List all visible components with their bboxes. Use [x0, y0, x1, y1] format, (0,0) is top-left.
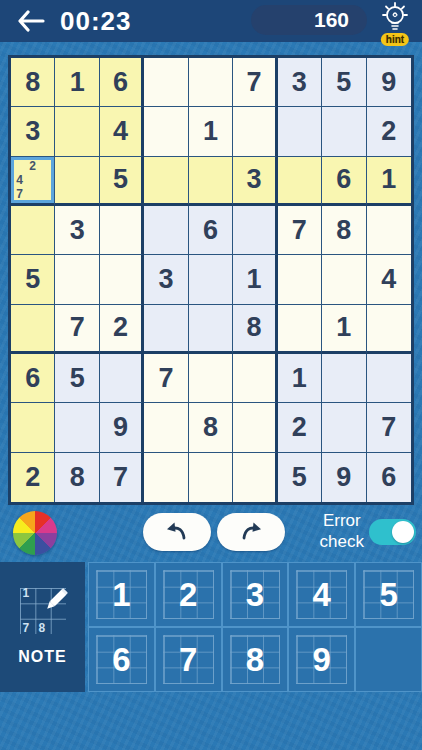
sudoku-cell-r3c5[interactable] — [189, 157, 233, 206]
cell-value: 6 — [113, 67, 128, 98]
top-bar: 00:23 160 hint — [0, 0, 422, 42]
sudoku-cell-r4c6[interactable] — [233, 206, 277, 255]
sudoku-cell-r2c1[interactable]: 3 — [11, 107, 55, 156]
sudoku-cell-r7c6[interactable] — [233, 354, 277, 403]
sudoku-cell-r9c6[interactable] — [233, 453, 277, 502]
cell-value: 6 — [381, 462, 396, 493]
sudoku-cell-r7c8[interactable] — [322, 354, 366, 403]
note-pencil-icon: 1 7 8 — [20, 588, 66, 634]
cell-value: 4 — [381, 264, 396, 295]
sudoku-cell-r4c1[interactable] — [11, 206, 55, 255]
cell-value: 8 — [70, 462, 85, 493]
cell-value: 3 — [159, 264, 174, 295]
sudoku-cell-r7c5[interactable] — [189, 354, 233, 403]
color-wheel-button[interactable] — [13, 511, 57, 555]
cell-value: 8 — [246, 312, 261, 343]
sudoku-cell-r8c9[interactable]: 7 — [367, 403, 411, 452]
sudoku-cell-r6c8[interactable]: 1 — [322, 305, 366, 354]
pencil-icon — [38, 584, 72, 618]
cell-value: 1 — [203, 116, 218, 147]
controls-row: Error check — [0, 508, 422, 560]
sudoku-cell-r2c4[interactable] — [144, 107, 188, 156]
sudoku-cell-r6c1[interactable] — [11, 305, 55, 354]
sudoku-cell-r5c4[interactable]: 3 — [144, 255, 188, 304]
note-button-label: NOTE — [18, 648, 66, 666]
sudoku-cell-r7c9[interactable] — [367, 354, 411, 403]
cell-value: 6 — [203, 215, 218, 246]
sudoku-cell-r3c3[interactable]: 5 — [100, 157, 144, 206]
numpad-key-9[interactable]: 9 — [288, 627, 355, 692]
sudoku-cell-r1c3[interactable]: 6 — [100, 58, 144, 107]
sudoku-cell-r2c3[interactable]: 4 — [100, 107, 144, 156]
back-button[interactable] — [14, 5, 48, 37]
cell-value: 7 — [246, 67, 261, 98]
sudoku-cell-r8c8[interactable] — [322, 403, 366, 452]
sudoku-cell-r2c5[interactable]: 1 — [189, 107, 233, 156]
sudoku-cell-r9c3[interactable]: 7 — [100, 453, 144, 502]
sudoku-cell-r8c2[interactable] — [55, 403, 99, 452]
sudoku-cell-r8c4[interactable] — [144, 403, 188, 452]
sudoku-cell-r9c7[interactable]: 5 — [278, 453, 322, 502]
cell-value: 1 — [292, 363, 307, 394]
error-check-toggle[interactable] — [369, 519, 416, 545]
numpad-key-5[interactable]: 5 — [355, 562, 422, 627]
cell-value: 2 — [381, 116, 396, 147]
sudoku-cell-r6c2[interactable]: 7 — [55, 305, 99, 354]
sudoku-cell-r8c1[interactable] — [11, 403, 55, 452]
sudoku-cell-r8c6[interactable] — [233, 403, 277, 452]
cell-value: 4 — [113, 116, 128, 147]
cell-value: 2 — [292, 412, 307, 443]
sudoku-cell-r3c6[interactable]: 3 — [233, 157, 277, 206]
cell-value: 5 — [292, 462, 307, 493]
sudoku-cell-r7c1[interactable]: 6 — [11, 354, 55, 403]
sudoku-cell-r7c3[interactable] — [100, 354, 144, 403]
sudoku-cell-r8c3[interactable]: 9 — [100, 403, 144, 452]
sudoku-cell-r4c3[interactable] — [100, 206, 144, 255]
undo-button[interactable] — [143, 513, 211, 551]
sudoku-cell-r3c7[interactable] — [278, 157, 322, 206]
cell-value: 7 — [381, 412, 396, 443]
sudoku-cell-r2c2[interactable] — [55, 107, 99, 156]
sudoku-cell-r5c8[interactable] — [322, 255, 366, 304]
sudoku-cell-r2c9[interactable]: 2 — [367, 107, 411, 156]
numpad-key-7[interactable]: 7 — [155, 627, 222, 692]
toggle-knob — [392, 521, 414, 543]
cell-value: 5 — [70, 363, 85, 394]
sudoku-cell-r9c9[interactable]: 6 — [367, 453, 411, 502]
sudoku-cell-r3c4[interactable] — [144, 157, 188, 206]
undo-icon — [163, 521, 191, 543]
cell-value: 5 — [25, 264, 40, 295]
sudoku-cell-r4c2[interactable]: 3 — [55, 206, 99, 255]
sudoku-cell-r3c2[interactable] — [55, 157, 99, 206]
cell-value: 3 — [70, 215, 85, 246]
sudoku-cell-r9c2[interactable]: 8 — [55, 453, 99, 502]
sudoku-cell-r6c5[interactable] — [189, 305, 233, 354]
sudoku-cell-r9c4[interactable] — [144, 453, 188, 502]
number-keys: 123456789 — [88, 562, 422, 692]
cell-notes: 247 — [13, 159, 52, 201]
numpad-key-1[interactable]: 1 — [88, 562, 155, 627]
sudoku-cell-r8c7[interactable]: 2 — [278, 403, 322, 452]
sudoku-cell-r6c3[interactable]: 2 — [100, 305, 144, 354]
sudoku-cell-r1c4[interactable] — [144, 58, 188, 107]
sudoku-cell-r1c7[interactable]: 3 — [278, 58, 322, 107]
sudoku-cell-r5c6[interactable]: 1 — [233, 255, 277, 304]
sudoku-cell-r3c9[interactable]: 1 — [367, 157, 411, 206]
redo-button[interactable] — [217, 513, 285, 551]
sudoku-app: 00:23 160 hint 8167359341224753613678531… — [0, 0, 422, 750]
numpad-key-2[interactable]: 2 — [155, 562, 222, 627]
sudoku-cell-r2c6[interactable] — [233, 107, 277, 156]
sudoku-cell-r5c2[interactable] — [55, 255, 99, 304]
sudoku-board: 8167359341224753613678531472816571982728… — [8, 55, 414, 505]
cell-value: 8 — [203, 412, 218, 443]
sudoku-cell-r7c7[interactable]: 1 — [278, 354, 322, 403]
cell-value: 1 — [381, 164, 396, 195]
cell-value: 1 — [336, 312, 351, 343]
sudoku-cell-r6c6[interactable]: 8 — [233, 305, 277, 354]
cell-value: 8 — [25, 67, 40, 98]
sudoku-cell-r9c1[interactable]: 2 — [11, 453, 55, 502]
cell-value: 9 — [113, 412, 128, 443]
cell-value: 8 — [336, 215, 351, 246]
sudoku-cell-r1c9[interactable]: 9 — [367, 58, 411, 107]
note-button[interactable]: 1 7 8 NOTE — [0, 562, 85, 692]
hint-button[interactable]: hint — [372, 1, 418, 45]
sudoku-cell-r9c5[interactable] — [189, 453, 233, 502]
cell-value: 3 — [246, 164, 261, 195]
sudoku-cell-r1c6[interactable]: 7 — [233, 58, 277, 107]
sudoku-cell-r6c9[interactable] — [367, 305, 411, 354]
sudoku-cell-r1c5[interactable] — [189, 58, 233, 107]
sudoku-cell-r3c8[interactable]: 6 — [322, 157, 366, 206]
sudoku-cell-r4c9[interactable] — [367, 206, 411, 255]
sudoku-cell-r2c7[interactable] — [278, 107, 322, 156]
cell-value: 6 — [25, 363, 40, 394]
cell-value: 5 — [336, 67, 351, 98]
sudoku-cell-r7c2[interactable]: 5 — [55, 354, 99, 403]
sudoku-cell-r3c1[interactable]: 247 — [11, 157, 55, 206]
numpad-key-empty — [355, 627, 422, 692]
sudoku-cell-r2c8[interactable] — [322, 107, 366, 156]
score-pill: 160 — [251, 5, 367, 35]
cell-value: 9 — [381, 67, 396, 98]
cell-value: 7 — [70, 312, 85, 343]
numpad-row: 1 7 8 NOTE 123456789 — [0, 562, 422, 692]
cell-value: 7 — [292, 215, 307, 246]
cell-value: 6 — [336, 164, 351, 195]
score-value: 160 — [314, 8, 349, 32]
hint-badge: hint — [381, 33, 409, 46]
sudoku-cell-r4c7[interactable]: 7 — [278, 206, 322, 255]
sudoku-cell-r6c7[interactable] — [278, 305, 322, 354]
sudoku-cell-r4c5[interactable]: 6 — [189, 206, 233, 255]
sudoku-cell-r8c5[interactable]: 8 — [189, 403, 233, 452]
sudoku-cell-r4c8[interactable]: 8 — [322, 206, 366, 255]
numpad-key-8[interactable]: 8 — [222, 627, 289, 692]
timer: 00:23 — [60, 6, 132, 37]
back-arrow-icon — [17, 10, 45, 32]
redo-icon — [237, 521, 265, 543]
sudoku-cell-r4c4[interactable] — [144, 206, 188, 255]
numpad-key-4[interactable]: 4 — [288, 562, 355, 627]
cell-value: 1 — [70, 67, 85, 98]
cell-value: 1 — [246, 264, 261, 295]
sudoku-cell-r7c4[interactable]: 7 — [144, 354, 188, 403]
cell-value: 2 — [113, 312, 128, 343]
sudoku-cell-r9c8[interactable]: 9 — [322, 453, 366, 502]
sudoku-cell-r5c3[interactable] — [100, 255, 144, 304]
sudoku-cell-r1c8[interactable]: 5 — [322, 58, 366, 107]
cell-value: 9 — [336, 462, 351, 493]
sudoku-cell-r1c2[interactable]: 1 — [55, 58, 99, 107]
cell-value: 3 — [25, 116, 40, 147]
cell-value: 2 — [25, 462, 40, 493]
sudoku-cell-r5c5[interactable] — [189, 255, 233, 304]
sudoku-cell-r5c1[interactable]: 5 — [11, 255, 55, 304]
cell-value: 5 — [113, 164, 128, 195]
sudoku-cell-r1c1[interactable]: 8 — [11, 58, 55, 107]
numpad-key-3[interactable]: 3 — [222, 562, 289, 627]
sudoku-cell-r5c7[interactable] — [278, 255, 322, 304]
cell-value: 7 — [113, 462, 128, 493]
sudoku-cell-r6c4[interactable] — [144, 305, 188, 354]
error-check-label: Error check — [320, 510, 364, 552]
cell-value: 3 — [292, 67, 307, 98]
cell-value: 7 — [159, 363, 174, 394]
numpad-key-6[interactable]: 6 — [88, 627, 155, 692]
sudoku-cell-r5c9[interactable]: 4 — [367, 255, 411, 304]
